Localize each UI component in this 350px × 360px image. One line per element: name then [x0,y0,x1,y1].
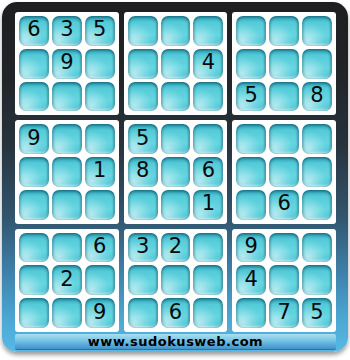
box-2-3: 6 [232,120,336,223]
cell-r3c2[interactable] [52,82,82,112]
cell-r2c5[interactable] [161,49,191,79]
cell-r5c9[interactable] [302,157,332,187]
cell-r9c7[interactable] [236,298,266,328]
box-1-1: 6359 [15,12,119,115]
cell-r8c7[interactable]: 4 [236,265,266,295]
cell-r7c6[interactable] [193,233,223,263]
given-digit: 9 [93,302,106,323]
cell-r9c5[interactable]: 6 [161,298,191,328]
cell-r4c9[interactable] [302,124,332,154]
given-digit: 9 [60,52,73,73]
box-1-3: 58 [232,12,336,115]
cell-r4c4[interactable]: 5 [128,124,158,154]
cell-r2c1[interactable] [19,49,49,79]
given-digit: 8 [136,160,149,181]
cell-r1c7[interactable] [236,16,266,46]
cell-r7c9[interactable] [302,233,332,263]
given-digit: 5 [245,85,258,106]
cell-r1c6[interactable] [193,16,223,46]
given-digit: 6 [27,19,40,40]
given-digit: 5 [310,302,323,323]
cell-r6c8[interactable]: 6 [269,190,299,220]
cell-r3c3[interactable] [85,82,115,112]
cell-r8c9[interactable] [302,265,332,295]
box-3-3: 9475 [232,229,336,332]
given-digit: 4 [202,52,215,73]
cell-r6c3[interactable] [85,190,115,220]
cell-r4c2[interactable] [52,124,82,154]
given-digit: 6 [277,193,290,214]
cell-r5c1[interactable] [19,157,49,187]
cell-r6c5[interactable] [161,190,191,220]
cell-r4c3[interactable] [85,124,115,154]
given-digit: 9 [245,236,258,257]
cell-r3c9[interactable]: 8 [302,82,332,112]
cell-r2c3[interactable] [85,49,115,79]
puzzle-frame: 635945891586166293269475 www.sudokusweb.… [2,2,348,352]
box-3-1: 629 [15,229,119,332]
cell-r9c4[interactable] [128,298,158,328]
given-digit: 2 [169,236,182,257]
box-3-2: 326 [124,229,228,332]
cell-r3c4[interactable] [128,82,158,112]
cell-r7c4[interactable]: 3 [128,233,158,263]
cell-r6c2[interactable] [52,190,82,220]
given-digit: 6 [169,302,182,323]
sudoku-board: 635945891586166293269475 [15,12,336,332]
given-digit: 7 [277,302,290,323]
cell-r1c2[interactable]: 3 [52,16,82,46]
given-digit: 5 [136,128,149,149]
cell-r3c5[interactable] [161,82,191,112]
cell-r1c9[interactable] [302,16,332,46]
cell-r9c1[interactable] [19,298,49,328]
cell-r5c7[interactable] [236,157,266,187]
cell-r3c1[interactable] [19,82,49,112]
cell-r5c4[interactable]: 8 [128,157,158,187]
cell-r8c8[interactable] [269,265,299,295]
cell-r6c9[interactable] [302,190,332,220]
box-2-2: 5861 [124,120,228,223]
cell-r3c6[interactable] [193,82,223,112]
site-link[interactable]: www.sudokusweb.com [88,335,263,348]
cell-r2c9[interactable] [302,49,332,79]
cell-r8c2[interactable]: 2 [52,265,82,295]
cell-r1c3[interactable]: 5 [85,16,115,46]
cell-r2c7[interactable] [236,49,266,79]
cell-r5c8[interactable] [269,157,299,187]
cell-r1c8[interactable] [269,16,299,46]
cell-r7c2[interactable] [52,233,82,263]
cell-r9c9[interactable]: 5 [302,298,332,328]
given-digit: 6 [93,236,106,257]
given-digit: 1 [202,193,215,214]
cell-r9c8[interactable]: 7 [269,298,299,328]
cell-r3c7[interactable]: 5 [236,82,266,112]
cell-r7c7[interactable]: 9 [236,233,266,263]
cell-r9c3[interactable]: 9 [85,298,115,328]
cell-r7c1[interactable] [19,233,49,263]
cell-r1c4[interactable] [128,16,158,46]
site-link-bar: www.sudokusweb.com [15,334,336,350]
cell-r7c3[interactable]: 6 [85,233,115,263]
given-digit: 2 [60,269,73,290]
cell-r5c6[interactable]: 6 [193,157,223,187]
cell-r4c5[interactable] [161,124,191,154]
cell-r7c8[interactable] [269,233,299,263]
cell-r6c7[interactable] [236,190,266,220]
given-digit: 9 [27,128,40,149]
cell-r4c8[interactable] [269,124,299,154]
cell-r3c8[interactable] [269,82,299,112]
cell-r8c6[interactable] [193,265,223,295]
cell-r4c1[interactable]: 9 [19,124,49,154]
box-2-1: 91 [15,120,119,223]
cell-r5c5[interactable] [161,157,191,187]
cell-r8c5[interactable] [161,265,191,295]
given-digit: 4 [245,269,258,290]
cell-r9c2[interactable] [52,298,82,328]
cell-r2c6[interactable]: 4 [193,49,223,79]
given-digit: 3 [60,19,73,40]
cell-r7c5[interactable]: 2 [161,233,191,263]
given-digit: 3 [136,236,149,257]
cell-r2c2[interactable]: 9 [52,49,82,79]
cell-r9c6[interactable] [193,298,223,328]
cell-r4c7[interactable] [236,124,266,154]
cell-r5c3[interactable]: 1 [85,157,115,187]
cell-r4c6[interactable] [193,124,223,154]
given-digit: 8 [310,85,323,106]
cell-r6c6[interactable]: 1 [193,190,223,220]
cell-r8c1[interactable] [19,265,49,295]
cell-r8c3[interactable] [85,265,115,295]
given-digit: 5 [93,19,106,40]
given-digit: 1 [93,160,106,181]
cell-r6c1[interactable] [19,190,49,220]
cell-r1c1[interactable]: 6 [19,16,49,46]
given-digit: 6 [202,160,215,181]
cell-r6c4[interactable] [128,190,158,220]
cell-r1c5[interactable] [161,16,191,46]
cell-r2c8[interactable] [269,49,299,79]
cell-r5c2[interactable] [52,157,82,187]
cell-r2c4[interactable] [128,49,158,79]
cell-r8c4[interactable] [128,265,158,295]
box-1-2: 4 [124,12,228,115]
